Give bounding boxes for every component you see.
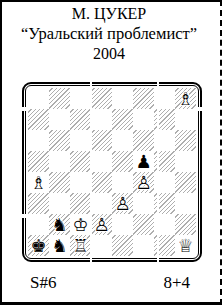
square-a5 (28, 151, 49, 172)
square-a3 (28, 193, 49, 214)
stipulation-label: S#6 (30, 273, 56, 293)
square-e6 (112, 130, 133, 151)
square-f2 (133, 214, 154, 235)
square-d1 (91, 235, 112, 256)
white-pawn-e3: ♙ (112, 193, 133, 214)
white-queen-h1: ♕ (175, 235, 196, 256)
square-d3 (91, 193, 112, 214)
square-a2 (28, 214, 49, 235)
material-count-label: 8+4 (163, 273, 190, 293)
square-d2: ♙ (91, 214, 112, 235)
square-e7 (112, 109, 133, 130)
chess-board: ♗♟♗♙♙♞♔♙♚♞♖♕ (28, 88, 196, 256)
white-bishop-a4: ♗ (28, 172, 49, 193)
square-e4 (112, 172, 133, 193)
square-h8: ♗ (175, 88, 196, 109)
square-d8 (91, 88, 112, 109)
black-knight-b2: ♞ (49, 214, 70, 235)
black-knight-b1: ♞ (49, 235, 70, 256)
white-rook-c1: ♖ (70, 235, 91, 256)
white-king-c2: ♔ (70, 214, 91, 235)
diagram-header: М. ЦУКЕР “Уральский проблемист” 2004 (2, 4, 216, 63)
square-a8 (28, 88, 49, 109)
white-bishop-h8: ♗ (175, 88, 196, 109)
square-f5: ♟ (133, 151, 154, 172)
square-a6 (28, 130, 49, 151)
square-g5 (154, 151, 175, 172)
square-c4 (70, 172, 91, 193)
square-c3 (70, 193, 91, 214)
square-g6 (154, 130, 175, 151)
square-c5 (70, 151, 91, 172)
square-g3 (154, 193, 175, 214)
square-h2 (175, 214, 196, 235)
composer-name: М. ЦУКЕР (2, 4, 216, 24)
square-b1: ♞ (49, 235, 70, 256)
publication-year: 2004 (2, 44, 216, 64)
square-e3: ♙ (112, 193, 133, 214)
square-d7 (91, 109, 112, 130)
square-c2: ♔ (70, 214, 91, 235)
square-f1 (133, 235, 154, 256)
square-g4 (154, 172, 175, 193)
square-f6 (133, 130, 154, 151)
square-b4 (49, 172, 70, 193)
square-g7 (154, 109, 175, 130)
square-b3 (49, 193, 70, 214)
square-f3 (133, 193, 154, 214)
square-h3 (175, 193, 196, 214)
square-c7 (70, 109, 91, 130)
square-e1 (112, 235, 133, 256)
square-c1: ♖ (70, 235, 91, 256)
square-h6 (175, 130, 196, 151)
square-d6 (91, 130, 112, 151)
square-b7 (49, 109, 70, 130)
square-e2 (112, 214, 133, 235)
square-e8 (112, 88, 133, 109)
square-h5 (175, 151, 196, 172)
square-c6 (70, 130, 91, 151)
white-pawn-d2: ♙ (91, 214, 112, 235)
black-pawn-f5: ♟ (133, 151, 154, 172)
square-a7 (28, 109, 49, 130)
square-f7 (133, 109, 154, 130)
square-h1: ♕ (175, 235, 196, 256)
square-g2 (154, 214, 175, 235)
square-b6 (49, 130, 70, 151)
black-king-a1: ♚ (28, 235, 49, 256)
square-f4: ♙ (133, 172, 154, 193)
chess-board-inner-frame: ♗♟♗♙♙♞♔♙♚♞♖♕ (25, 85, 199, 259)
square-h4 (175, 172, 196, 193)
square-g8 (154, 88, 175, 109)
publication-source: “Уральский проблемист” (2, 24, 216, 44)
square-d5 (91, 151, 112, 172)
square-d4 (91, 172, 112, 193)
white-pawn-f4: ♙ (133, 172, 154, 193)
scanned-problem-page: М. ЦУКЕР “Уральский проблемист” 2004 ♗♟♗… (0, 0, 222, 305)
square-b2: ♞ (49, 214, 70, 235)
square-b8 (49, 88, 70, 109)
square-h7 (175, 109, 196, 130)
square-b5 (49, 151, 70, 172)
square-a1: ♚ (28, 235, 49, 256)
square-e5 (112, 151, 133, 172)
square-a4: ♗ (28, 172, 49, 193)
chess-board-frame: ♗♟♗♙♙♞♔♙♚♞♖♕ (22, 82, 202, 262)
square-c8 (70, 88, 91, 109)
square-f8 (133, 88, 154, 109)
square-g1 (154, 235, 175, 256)
